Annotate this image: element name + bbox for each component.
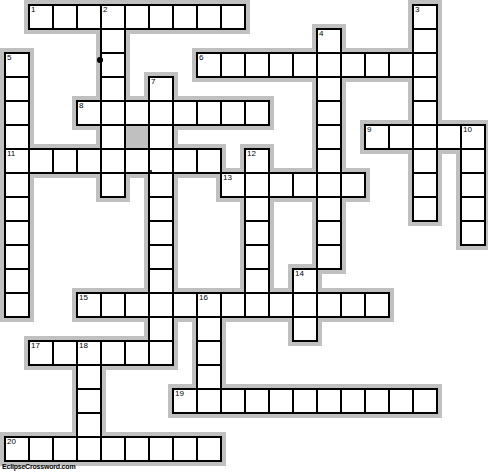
cell-r4c8[interactable] [196,100,222,126]
cell-r6c1[interactable] [28,148,54,174]
cell-r0c9[interactable] [220,4,246,30]
cell-r3c17[interactable] [412,76,438,102]
clue-number-2: 2 [103,6,107,14]
cell-r4c7[interactable] [172,100,198,126]
cell-r2c17[interactable] [412,52,438,78]
cell-r4c17[interactable] [412,100,438,126]
ink-dot-artifact [97,57,103,63]
clue-number-18: 18 [79,342,88,350]
cell-r16c13[interactable] [316,388,342,414]
cell-r4c13[interactable] [316,100,342,126]
cell-r18c2[interactable] [52,436,78,462]
cell-r14c6[interactable] [148,340,174,366]
cell-r16c17[interactable] [412,388,438,414]
cell-r2c13[interactable] [316,52,342,78]
clue-number-4: 4 [319,30,323,38]
cell-r12c9[interactable] [220,292,246,318]
clue-number-6: 6 [199,54,203,62]
cell-r6c3[interactable] [76,148,102,174]
clue-number-15: 15 [79,294,88,302]
cell-r12c15[interactable] [364,292,390,318]
cell-r18c7[interactable] [172,436,198,462]
cell-r11c10[interactable] [244,268,270,294]
cell-r8c17[interactable] [412,196,438,222]
cell-r2c4[interactable] [100,52,126,78]
cell-r18c3[interactable] [76,436,102,462]
cell-r2c9[interactable] [220,52,246,78]
cell-r7c13[interactable] [316,172,342,198]
cell-r9c0[interactable] [4,220,30,246]
cell-r16c8[interactable] [196,388,222,414]
cell-r7c10[interactable] [244,172,270,198]
cell-r12c4[interactable] [100,292,126,318]
clue-number-20: 20 [7,438,16,446]
cell-r16c9[interactable] [220,388,246,414]
clue-number-11: 11 [7,150,15,158]
watermark: EclipseCrossword.com [2,462,75,471]
speck-artifact [150,170,152,172]
clue-number-14: 14 [295,270,304,278]
clue-number-5: 5 [7,54,11,62]
cell-r1c4[interactable] [100,28,126,54]
cell-r6c4[interactable] [100,148,126,174]
clue-number-13: 13 [223,174,232,182]
cell-r5c13[interactable] [316,124,342,150]
cell-r12c11[interactable] [268,292,294,318]
cell-r15c3[interactable] [76,364,102,390]
cell-r0c3[interactable] [76,4,102,30]
cell-r7c19[interactable] [460,172,486,198]
clue-number-17: 17 [31,342,40,350]
cell-r4c4[interactable] [100,100,126,126]
cell-r8c10[interactable] [244,196,270,222]
cell-r2c11[interactable] [268,52,294,78]
clue-number-10: 10 [463,126,472,134]
cell-r4c10[interactable] [244,100,270,126]
cell-r5c18[interactable] [436,124,462,150]
cell-r4c9[interactable] [220,100,246,126]
cell-r0c7[interactable] [172,4,198,30]
cell-r18c6[interactable] [148,436,174,462]
cell-r3c0[interactable] [4,76,30,102]
cell-r3c4[interactable] [100,76,126,102]
cell-r7c11[interactable] [268,172,294,198]
cell-r10c10[interactable] [244,244,270,270]
cell-r5c16[interactable] [388,124,414,150]
cell-r7c17[interactable] [412,172,438,198]
cell-r5c6[interactable] [148,124,174,150]
crossword-board: EclipseCrossword.com 1234567891011121314… [0,0,488,473]
cell-r8c19[interactable] [460,196,486,222]
cell-r6c2[interactable] [52,148,78,174]
cell-r2c10[interactable] [244,52,270,78]
cell-r16c15[interactable] [364,388,390,414]
cell-r7c4[interactable] [100,172,126,198]
clue-number-12: 12 [247,150,256,158]
cell-r18c8[interactable] [196,436,222,462]
clue-number-7: 7 [151,78,155,86]
cell-r18c4[interactable] [100,436,126,462]
cell-r5c17[interactable] [412,124,438,150]
cell-r2c12[interactable] [292,52,318,78]
cell-r13c8[interactable] [196,316,222,342]
cell-r12c14[interactable] [340,292,366,318]
cell-r16c12[interactable] [292,388,318,414]
gray-cell-r5c5 [124,124,150,150]
cell-r10c6[interactable] [148,244,174,270]
clue-number-3: 3 [415,6,419,14]
clue-number-1: 1 [31,6,35,14]
cell-r14c4[interactable] [100,340,126,366]
cell-r13c12[interactable] [292,316,318,342]
cell-r14c8[interactable] [196,340,222,366]
cell-r18c1[interactable] [28,436,54,462]
cell-r6c8[interactable] [196,148,222,174]
cell-r4c0[interactable] [4,100,30,126]
cell-r7c12[interactable] [292,172,318,198]
cell-r8c6[interactable] [148,196,174,222]
cell-r4c5[interactable] [124,100,150,126]
cell-r4c6[interactable] [148,100,174,126]
cell-r0c2[interactable] [52,4,78,30]
cell-r0c6[interactable] [148,4,174,30]
cell-r12c10[interactable] [244,292,270,318]
cell-r1c17[interactable] [412,28,438,54]
cell-r12c13[interactable] [316,292,342,318]
cell-r16c10[interactable] [244,388,270,414]
clue-number-8: 8 [79,102,83,110]
cell-r16c3[interactable] [76,388,102,414]
cell-r2c15[interactable] [364,52,390,78]
cell-r3c13[interactable] [316,76,342,102]
cell-r12c7[interactable] [172,292,198,318]
cell-r2c16[interactable] [388,52,414,78]
cell-r15c8[interactable] [196,364,222,390]
cell-r11c0[interactable] [4,268,30,294]
cell-r12c12[interactable] [292,292,318,318]
clue-number-9: 9 [367,126,371,134]
cell-r5c0[interactable] [4,124,30,150]
cell-r9c10[interactable] [244,220,270,246]
cell-r12c0[interactable] [4,292,30,318]
clue-number-16: 16 [199,294,208,302]
cell-r5c4[interactable] [100,124,126,150]
cell-r14c5[interactable] [124,340,150,366]
cell-r16c16[interactable] [388,388,414,414]
cell-r12c6[interactable] [148,292,174,318]
cell-r0c5[interactable] [124,4,150,30]
cell-r7c14[interactable] [340,172,366,198]
cell-r6c7[interactable] [172,148,198,174]
cell-r9c19[interactable] [460,220,486,246]
cell-r16c14[interactable] [340,388,366,414]
cell-r2c14[interactable] [340,52,366,78]
cell-r6c13[interactable] [316,148,342,174]
cell-r16c11[interactable] [268,388,294,414]
cell-r6c5[interactable] [124,148,150,174]
clue-number-19: 19 [175,390,184,398]
cell-r7c0[interactable] [4,172,30,198]
cell-r10c13[interactable] [316,244,342,270]
cell-r7c6[interactable] [148,172,174,198]
cell-r13c6[interactable] [148,316,174,342]
cell-r11c6[interactable] [148,268,174,294]
cell-r6c17[interactable] [412,148,438,174]
cell-r6c19[interactable] [460,148,486,174]
cell-r9c13[interactable] [316,220,342,246]
cell-r8c0[interactable] [4,196,30,222]
cell-r12c5[interactable] [124,292,150,318]
cell-r17c3[interactable] [76,412,102,438]
cell-r0c8[interactable] [196,4,222,30]
cell-r10c0[interactable] [4,244,30,270]
cell-r14c2[interactable] [52,340,78,366]
cell-r18c5[interactable] [124,436,150,462]
cell-r8c13[interactable] [316,196,342,222]
cell-r9c6[interactable] [148,220,174,246]
